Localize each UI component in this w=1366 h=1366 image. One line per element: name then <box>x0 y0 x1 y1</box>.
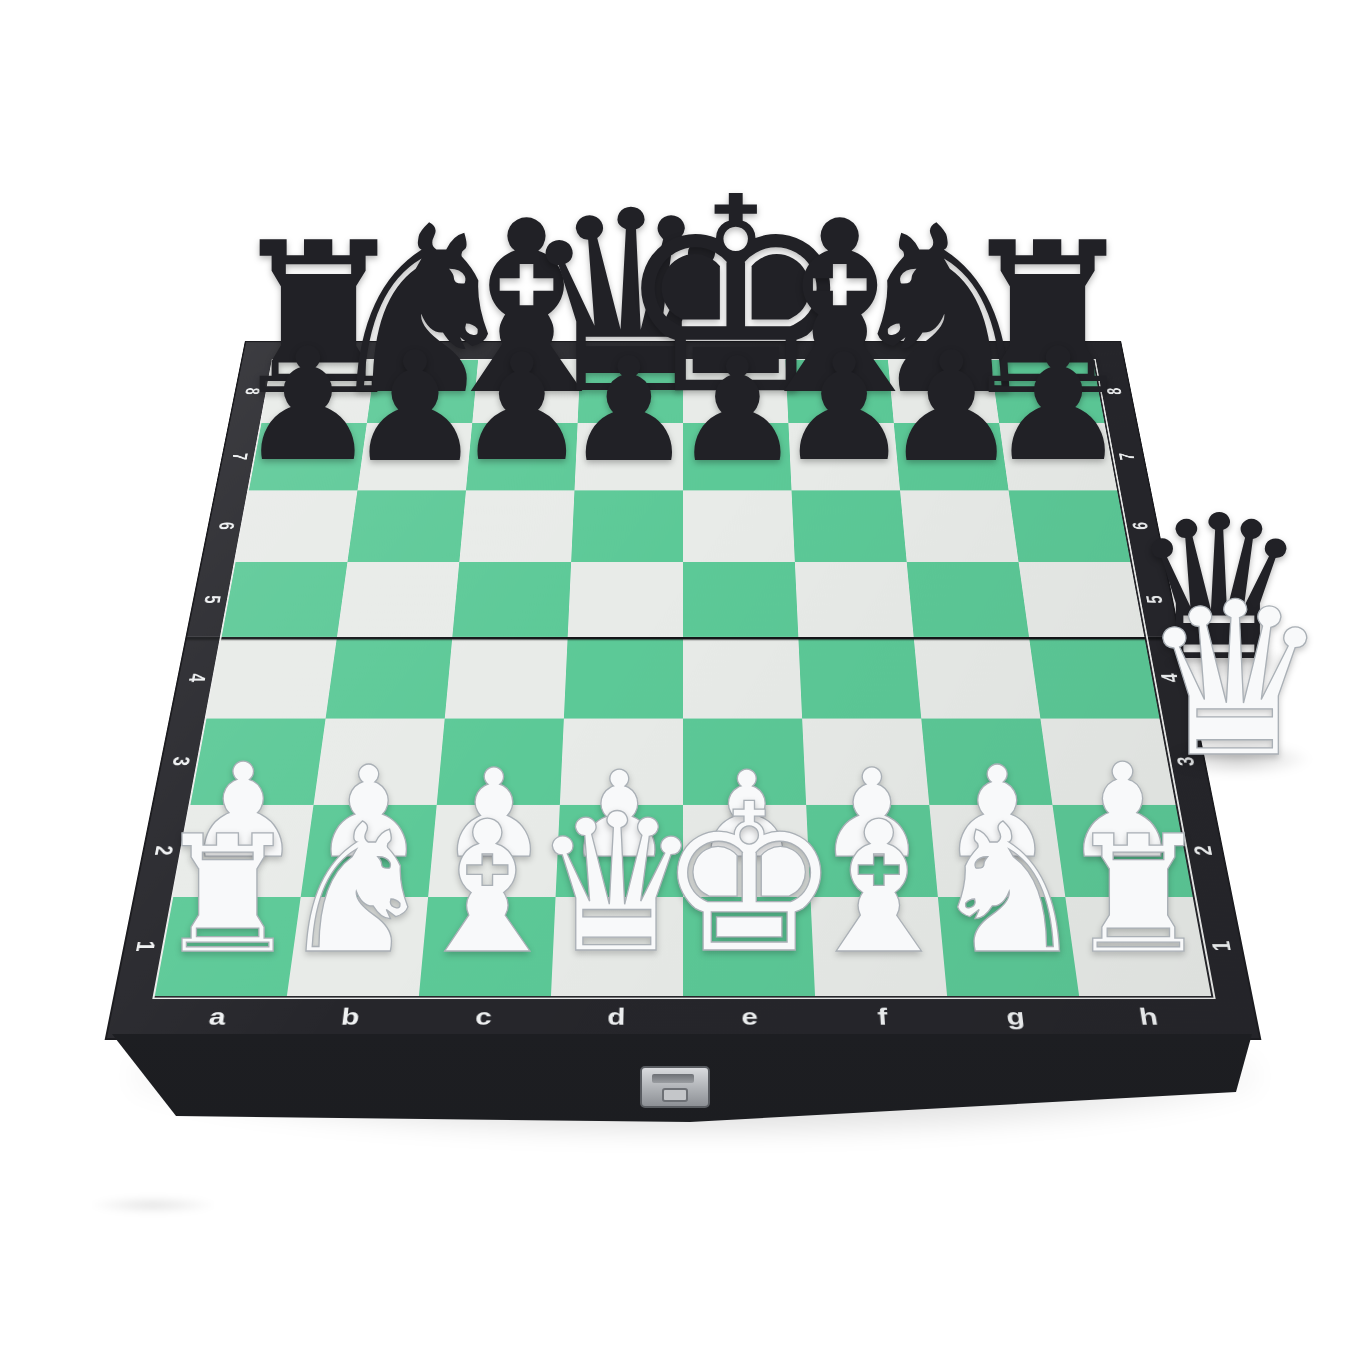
file-label-h: h <box>1079 996 1219 1038</box>
square-e5[interactable] <box>683 562 798 638</box>
square-a6[interactable] <box>236 490 358 561</box>
latch-slot <box>652 1074 694 1083</box>
square-d5[interactable] <box>568 562 683 638</box>
square-h6[interactable] <box>1009 490 1131 561</box>
rank-digit: 5 <box>198 595 226 603</box>
metal-latch-icon <box>640 1066 710 1108</box>
piece-black-pawn-h7[interactable]: ♟ <box>988 339 1128 472</box>
square-f5[interactable] <box>795 562 914 638</box>
square-f4[interactable] <box>798 638 921 719</box>
square-c4[interactable] <box>445 638 568 719</box>
square-b6[interactable] <box>347 490 465 561</box>
rank-digit: 4 <box>182 673 211 682</box>
piece-white-knight-g1[interactable]: ♞ <box>929 814 1089 965</box>
square-c6[interactable] <box>459 490 574 561</box>
square-f6[interactable] <box>792 490 907 561</box>
piece-white-rook-h1[interactable]: ♜ <box>1066 827 1211 965</box>
board-frame-corner <box>1211 996 1259 1038</box>
square-c5[interactable] <box>452 562 571 638</box>
file-label-g: g <box>947 996 1085 1038</box>
small-shadow <box>88 1196 218 1214</box>
square-d4[interactable] <box>564 638 683 719</box>
square-g5[interactable] <box>907 562 1029 638</box>
file-label-c: c <box>415 996 551 1038</box>
square-b4[interactable] <box>326 638 453 719</box>
file-label-e: e <box>683 996 817 1038</box>
file-label-a: a <box>147 996 287 1038</box>
latch-hook <box>662 1088 688 1102</box>
square-e6[interactable] <box>683 490 795 561</box>
file-label-d: d <box>549 996 683 1038</box>
square-e4[interactable] <box>683 638 802 719</box>
square-a4[interactable] <box>206 638 336 719</box>
square-b5[interactable] <box>337 562 459 638</box>
chess-set-photo: 8877665544332211abcdefgh ♜♞♝♛♚♝♞♜♟♟♟♟♟♟♟… <box>0 0 1366 1366</box>
square-d6[interactable] <box>571 490 683 561</box>
square-a5[interactable] <box>222 562 348 638</box>
file-label-b: b <box>281 996 419 1038</box>
square-g4[interactable] <box>914 638 1041 719</box>
square-g6[interactable] <box>900 490 1018 561</box>
file-label-f: f <box>815 996 951 1038</box>
square-h5[interactable] <box>1019 562 1145 638</box>
rank-digit: 6 <box>212 522 239 530</box>
